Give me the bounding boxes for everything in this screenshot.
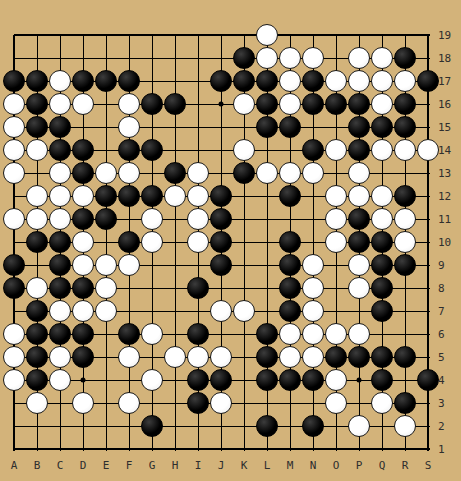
white-stone-A11[interactable] (3, 208, 25, 230)
row-label-2: 2 (438, 420, 445, 433)
white-stone-F16[interactable] (118, 93, 140, 115)
white-stone-C12[interactable] (49, 185, 71, 207)
row-label-11: 11 (438, 213, 451, 226)
black-stone-Q8[interactable] (371, 277, 393, 299)
row-label-18: 18 (438, 52, 451, 65)
white-stone-C7[interactable] (49, 300, 71, 322)
column-label-O: O (333, 459, 340, 472)
white-stone-F9[interactable] (118, 254, 140, 276)
black-stone-G2[interactable] (141, 415, 163, 437)
white-stone-A14[interactable] (3, 139, 25, 161)
row-label-10: 10 (438, 236, 451, 249)
white-stone-I5[interactable] (187, 346, 209, 368)
white-stone-F15[interactable] (118, 116, 140, 138)
black-stone-M9[interactable] (279, 254, 301, 276)
white-stone-J7[interactable] (210, 300, 232, 322)
white-stone-J5[interactable] (210, 346, 232, 368)
black-stone-F14[interactable] (118, 139, 140, 161)
white-stone-N7[interactable] (302, 300, 324, 322)
white-stone-C16[interactable] (49, 93, 71, 115)
column-label-F: F (126, 459, 133, 472)
black-stone-P15[interactable] (348, 116, 370, 138)
white-stone-O10[interactable] (325, 231, 347, 253)
white-stone-P8[interactable] (348, 277, 370, 299)
white-stone-P6[interactable] (348, 323, 370, 345)
black-stone-M15[interactable] (279, 116, 301, 138)
white-stone-F3[interactable] (118, 392, 140, 414)
white-stone-A6[interactable] (3, 323, 25, 345)
black-stone-J17[interactable] (210, 70, 232, 92)
white-stone-D7[interactable] (72, 300, 94, 322)
black-stone-R16[interactable] (394, 93, 416, 115)
white-stone-I13[interactable] (187, 162, 209, 184)
black-stone-G16[interactable] (141, 93, 163, 115)
black-stone-R9[interactable] (394, 254, 416, 276)
black-stone-N4[interactable] (302, 369, 324, 391)
column-label-M: M (287, 459, 294, 472)
column-label-D: D (80, 459, 87, 472)
black-stone-G12[interactable] (141, 185, 163, 207)
column-label-H: H (172, 459, 179, 472)
black-stone-L16[interactable] (256, 93, 278, 115)
white-stone-R14[interactable] (394, 139, 416, 161)
white-stone-B8[interactable] (26, 277, 48, 299)
black-stone-G14[interactable] (141, 139, 163, 161)
black-stone-D13[interactable] (72, 162, 94, 184)
black-stone-D8[interactable] (72, 277, 94, 299)
white-stone-L13[interactable] (256, 162, 278, 184)
white-stone-A4[interactable] (3, 369, 25, 391)
white-stone-M6[interactable] (279, 323, 301, 345)
white-stone-K7[interactable] (233, 300, 255, 322)
black-stone-F12[interactable] (118, 185, 140, 207)
black-stone-L4[interactable] (256, 369, 278, 391)
white-stone-C13[interactable] (49, 162, 71, 184)
black-stone-A9[interactable] (3, 254, 25, 276)
white-stone-P13[interactable] (348, 162, 370, 184)
black-stone-L15[interactable] (256, 116, 278, 138)
white-stone-E8[interactable] (95, 277, 117, 299)
black-stone-Q4[interactable] (371, 369, 393, 391)
black-stone-B17[interactable] (26, 70, 48, 92)
white-stone-N5[interactable] (302, 346, 324, 368)
black-stone-E12[interactable] (95, 185, 117, 207)
star-point (357, 378, 362, 383)
column-label-S: S (425, 459, 432, 472)
black-stone-B15[interactable] (26, 116, 48, 138)
white-stone-O12[interactable] (325, 185, 347, 207)
black-stone-N2[interactable] (302, 415, 324, 437)
black-stone-P14[interactable] (348, 139, 370, 161)
white-stone-F13[interactable] (118, 162, 140, 184)
white-stone-E13[interactable] (95, 162, 117, 184)
column-label-P: P (356, 459, 363, 472)
black-stone-D14[interactable] (72, 139, 94, 161)
white-stone-O14[interactable] (325, 139, 347, 161)
white-stone-C4[interactable] (49, 369, 71, 391)
black-stone-C9[interactable] (49, 254, 71, 276)
column-label-I: I (195, 459, 202, 472)
white-stone-N13[interactable] (302, 162, 324, 184)
white-stone-P2[interactable] (348, 415, 370, 437)
white-stone-K14[interactable] (233, 139, 255, 161)
column-label-A: A (11, 459, 18, 472)
black-stone-M12[interactable] (279, 185, 301, 207)
white-stone-D16[interactable] (72, 93, 94, 115)
column-label-K: K (241, 459, 248, 472)
white-stone-G4[interactable] (141, 369, 163, 391)
white-stone-Q12[interactable] (371, 185, 393, 207)
white-stone-N9[interactable] (302, 254, 324, 276)
white-stone-H12[interactable] (164, 185, 186, 207)
white-stone-B12[interactable] (26, 185, 48, 207)
black-stone-L6[interactable] (256, 323, 278, 345)
black-stone-M10[interactable] (279, 231, 301, 253)
white-stone-N8[interactable] (302, 277, 324, 299)
black-stone-B6[interactable] (26, 323, 48, 345)
white-stone-P12[interactable] (348, 185, 370, 207)
grid-line-horizontal (14, 34, 430, 36)
black-stone-F17[interactable] (118, 70, 140, 92)
star-point (219, 102, 224, 107)
black-stone-C15[interactable] (49, 116, 71, 138)
column-label-C: C (57, 459, 64, 472)
white-stone-A5[interactable] (3, 346, 25, 368)
black-stone-A8[interactable] (3, 277, 25, 299)
white-stone-Q14[interactable] (371, 139, 393, 161)
row-label-5: 5 (438, 351, 445, 364)
black-stone-H13[interactable] (164, 162, 186, 184)
black-stone-A17[interactable] (3, 70, 25, 92)
white-stone-B3[interactable] (26, 392, 48, 414)
white-stone-P18[interactable] (348, 47, 370, 69)
white-stone-M13[interactable] (279, 162, 301, 184)
column-label-L: L (264, 459, 271, 472)
black-stone-K18[interactable] (233, 47, 255, 69)
black-stone-J9[interactable] (210, 254, 232, 276)
white-stone-E7[interactable] (95, 300, 117, 322)
row-label-4: 4 (438, 374, 445, 387)
white-stone-D3[interactable] (72, 392, 94, 414)
black-stone-D5[interactable] (72, 346, 94, 368)
black-stone-K17[interactable] (233, 70, 255, 92)
row-label-17: 17 (438, 75, 451, 88)
black-stone-B10[interactable] (26, 231, 48, 253)
black-stone-J4[interactable] (210, 369, 232, 391)
white-stone-C11[interactable] (49, 208, 71, 230)
column-label-B: B (34, 459, 41, 472)
column-label-Q: Q (379, 459, 386, 472)
white-stone-R11[interactable] (394, 208, 416, 230)
black-stone-J11[interactable] (210, 208, 232, 230)
black-stone-H16[interactable] (164, 93, 186, 115)
white-stone-D12[interactable] (72, 185, 94, 207)
black-stone-P10[interactable] (348, 231, 370, 253)
white-stone-M5[interactable] (279, 346, 301, 368)
white-stone-G6[interactable] (141, 323, 163, 345)
star-point (81, 378, 86, 383)
white-stone-A16[interactable] (3, 93, 25, 115)
white-stone-Q17[interactable] (371, 70, 393, 92)
black-stone-B4[interactable] (26, 369, 48, 391)
black-stone-B7[interactable] (26, 300, 48, 322)
row-label-15: 15 (438, 121, 451, 134)
grid-line-vertical (106, 35, 107, 451)
row-label-13: 13 (438, 167, 451, 180)
black-stone-R18[interactable] (394, 47, 416, 69)
go-board[interactable]: ABCDEFGHIJKLMNOPQRS191817161514131211109… (0, 0, 461, 481)
white-stone-F5[interactable] (118, 346, 140, 368)
black-stone-C14[interactable] (49, 139, 71, 161)
white-stone-L18[interactable] (256, 47, 278, 69)
black-stone-P16[interactable] (348, 93, 370, 115)
white-stone-J3[interactable] (210, 392, 232, 414)
black-stone-O16[interactable] (325, 93, 347, 115)
white-stone-R17[interactable] (394, 70, 416, 92)
black-stone-D17[interactable] (72, 70, 94, 92)
black-stone-L5[interactable] (256, 346, 278, 368)
column-label-R: R (402, 459, 409, 472)
white-stone-Q18[interactable] (371, 47, 393, 69)
black-stone-R3[interactable] (394, 392, 416, 414)
white-stone-D10[interactable] (72, 231, 94, 253)
white-stone-B11[interactable] (26, 208, 48, 230)
white-stone-Q3[interactable] (371, 392, 393, 414)
black-stone-I3[interactable] (187, 392, 209, 414)
column-label-G: G (149, 459, 156, 472)
black-stone-F10[interactable] (118, 231, 140, 253)
white-stone-K16[interactable] (233, 93, 255, 115)
white-stone-D9[interactable] (72, 254, 94, 276)
white-stone-C5[interactable] (49, 346, 71, 368)
white-stone-N18[interactable] (302, 47, 324, 69)
white-stone-O3[interactable] (325, 392, 347, 414)
black-stone-Q9[interactable] (371, 254, 393, 276)
black-stone-Q15[interactable] (371, 116, 393, 138)
white-stone-Q11[interactable] (371, 208, 393, 230)
screenshot-root: ABCDEFGHIJKLMNOPQRS191817161514131211109… (0, 0, 461, 481)
white-stone-R10[interactable] (394, 231, 416, 253)
white-stone-P9[interactable] (348, 254, 370, 276)
black-stone-L2[interactable] (256, 415, 278, 437)
black-stone-C8[interactable] (49, 277, 71, 299)
row-label-8: 8 (438, 282, 445, 295)
black-stone-P11[interactable] (348, 208, 370, 230)
black-stone-S4[interactable] (417, 369, 439, 391)
white-stone-A13[interactable] (3, 162, 25, 184)
black-stone-E17[interactable] (95, 70, 117, 92)
white-stone-B14[interactable] (26, 139, 48, 161)
white-stone-M18[interactable] (279, 47, 301, 69)
white-stone-I10[interactable] (187, 231, 209, 253)
row-label-12: 12 (438, 190, 451, 203)
white-stone-A15[interactable] (3, 116, 25, 138)
black-stone-K13[interactable] (233, 162, 255, 184)
white-stone-O4[interactable] (325, 369, 347, 391)
black-stone-J12[interactable] (210, 185, 232, 207)
row-label-16: 16 (438, 98, 451, 111)
white-stone-H5[interactable] (164, 346, 186, 368)
white-stone-I12[interactable] (187, 185, 209, 207)
black-stone-L17[interactable] (256, 70, 278, 92)
row-label-7: 7 (438, 305, 445, 318)
column-label-E: E (103, 459, 110, 472)
white-stone-M17[interactable] (279, 70, 301, 92)
black-stone-N17[interactable] (302, 70, 324, 92)
row-label-1: 1 (438, 443, 445, 456)
row-label-14: 14 (438, 144, 451, 157)
grid-line-horizontal (14, 448, 430, 450)
black-stone-C10[interactable] (49, 231, 71, 253)
black-stone-J10[interactable] (210, 231, 232, 253)
black-stone-O5[interactable] (325, 346, 347, 368)
white-stone-R2[interactable] (394, 415, 416, 437)
white-stone-P17[interactable] (348, 70, 370, 92)
white-stone-M16[interactable] (279, 93, 301, 115)
row-label-3: 3 (438, 397, 445, 410)
black-stone-S17[interactable] (417, 70, 439, 92)
white-stone-S14[interactable] (417, 139, 439, 161)
white-stone-O17[interactable] (325, 70, 347, 92)
white-stone-I11[interactable] (187, 208, 209, 230)
black-stone-Q10[interactable] (371, 231, 393, 253)
white-stone-L19[interactable] (256, 24, 278, 46)
black-stone-B5[interactable] (26, 346, 48, 368)
black-stone-R12[interactable] (394, 185, 416, 207)
black-stone-F6[interactable] (118, 323, 140, 345)
white-stone-C17[interactable] (49, 70, 71, 92)
row-label-9: 9 (438, 259, 445, 272)
black-stone-M4[interactable] (279, 369, 301, 391)
white-stone-G10[interactable] (141, 231, 163, 253)
white-stone-Q16[interactable] (371, 93, 393, 115)
white-stone-G11[interactable] (141, 208, 163, 230)
black-stone-I6[interactable] (187, 323, 209, 345)
black-stone-E11[interactable] (95, 208, 117, 230)
black-stone-Q5[interactable] (371, 346, 393, 368)
black-stone-D11[interactable] (72, 208, 94, 230)
white-stone-N6[interactable] (302, 323, 324, 345)
column-label-N: N (310, 459, 317, 472)
black-stone-I8[interactable] (187, 277, 209, 299)
black-stone-C6[interactable] (49, 323, 71, 345)
black-stone-M7[interactable] (279, 300, 301, 322)
black-stone-N14[interactable] (302, 139, 324, 161)
black-stone-R15[interactable] (394, 116, 416, 138)
black-stone-I4[interactable] (187, 369, 209, 391)
row-label-19: 19 (438, 29, 451, 42)
black-stone-P5[interactable] (348, 346, 370, 368)
black-stone-M8[interactable] (279, 277, 301, 299)
black-stone-B16[interactable] (26, 93, 48, 115)
row-label-6: 6 (438, 328, 445, 341)
white-stone-E9[interactable] (95, 254, 117, 276)
black-stone-D6[interactable] (72, 323, 94, 345)
column-label-J: J (218, 459, 225, 472)
white-stone-O6[interactable] (325, 323, 347, 345)
white-stone-O11[interactable] (325, 208, 347, 230)
black-stone-N16[interactable] (302, 93, 324, 115)
black-stone-Q7[interactable] (371, 300, 393, 322)
black-stone-R5[interactable] (394, 346, 416, 368)
